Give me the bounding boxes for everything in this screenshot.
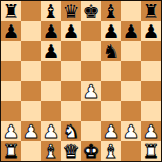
- square-c3[interactable]: [41, 101, 61, 121]
- square-a7[interactable]: ♟: [1, 21, 21, 41]
- black-pawn[interactable]: ♟: [42, 21, 59, 41]
- white-pawn[interactable]: ♟: [102, 121, 119, 141]
- square-g5[interactable]: [121, 61, 141, 81]
- square-e5[interactable]: [81, 61, 101, 81]
- white-pawn[interactable]: ♟: [122, 121, 139, 141]
- square-c1[interactable]: ♝: [41, 141, 61, 161]
- square-e2[interactable]: [81, 121, 101, 141]
- square-a5[interactable]: [1, 61, 21, 81]
- square-a1[interactable]: ♜: [1, 141, 21, 161]
- white-pawn[interactable]: ♟: [22, 121, 39, 141]
- white-rook[interactable]: ♜: [142, 141, 159, 161]
- square-e8[interactable]: ♚: [81, 1, 101, 21]
- square-b8[interactable]: [21, 1, 41, 21]
- square-b4[interactable]: [21, 81, 41, 101]
- black-knight[interactable]: ♞: [102, 41, 119, 61]
- chess-board-frame: ♜♝♛♚♝♜♟♟♟♟♟♟♟♞♟♟♟♟♞♟♟♟♜♝♛♚♝♜: [0, 0, 162, 162]
- square-f4[interactable]: [101, 81, 121, 101]
- square-e1[interactable]: ♚: [81, 141, 101, 161]
- white-pawn[interactable]: ♟: [2, 121, 19, 141]
- black-pawn[interactable]: ♟: [122, 21, 139, 41]
- square-h3[interactable]: [141, 101, 161, 121]
- square-e3[interactable]: [81, 101, 101, 121]
- square-g4[interactable]: [121, 81, 141, 101]
- square-b2[interactable]: ♟: [21, 121, 41, 141]
- square-b1[interactable]: [21, 141, 41, 161]
- square-b7[interactable]: [21, 21, 41, 41]
- square-c5[interactable]: [41, 61, 61, 81]
- square-d3[interactable]: [61, 101, 81, 121]
- square-d6[interactable]: [61, 41, 81, 61]
- chess-board: ♜♝♛♚♝♜♟♟♟♟♟♟♟♞♟♟♟♟♞♟♟♟♜♝♛♚♝♜: [1, 1, 161, 161]
- white-bishop[interactable]: ♝: [102, 141, 119, 161]
- square-g3[interactable]: [121, 101, 141, 121]
- white-rook[interactable]: ♜: [2, 141, 19, 161]
- square-a2[interactable]: ♟: [1, 121, 21, 141]
- black-bishop[interactable]: ♝: [102, 1, 119, 21]
- black-pawn[interactable]: ♟: [2, 21, 19, 41]
- white-pawn[interactable]: ♟: [142, 121, 159, 141]
- square-e6[interactable]: [81, 41, 101, 61]
- square-g8[interactable]: [121, 1, 141, 21]
- white-bishop[interactable]: ♝: [42, 141, 59, 161]
- square-a8[interactable]: ♜: [1, 1, 21, 21]
- square-e7[interactable]: [81, 21, 101, 41]
- black-rook[interactable]: ♜: [2, 1, 19, 21]
- square-f8[interactable]: ♝: [101, 1, 121, 21]
- white-pawn[interactable]: ♟: [42, 121, 59, 141]
- square-h2[interactable]: ♟: [141, 121, 161, 141]
- square-c7[interactable]: ♟: [41, 21, 61, 41]
- square-a4[interactable]: [1, 81, 21, 101]
- square-d2[interactable]: ♞: [61, 121, 81, 141]
- square-c4[interactable]: [41, 81, 61, 101]
- square-c8[interactable]: ♝: [41, 1, 61, 21]
- black-bishop[interactable]: ♝: [42, 1, 59, 21]
- square-h4[interactable]: [141, 81, 161, 101]
- white-pawn[interactable]: ♟: [82, 81, 99, 101]
- square-b3[interactable]: [21, 101, 41, 121]
- square-c6[interactable]: ♟: [41, 41, 61, 61]
- square-f6[interactable]: ♞: [101, 41, 121, 61]
- square-d4[interactable]: [61, 81, 81, 101]
- square-f2[interactable]: ♟: [101, 121, 121, 141]
- square-h7[interactable]: ♟: [141, 21, 161, 41]
- square-f7[interactable]: ♟: [101, 21, 121, 41]
- square-h5[interactable]: [141, 61, 161, 81]
- black-pawn[interactable]: ♟: [42, 41, 59, 61]
- white-queen[interactable]: ♛: [62, 141, 79, 161]
- square-d1[interactable]: ♛: [61, 141, 81, 161]
- black-pawn[interactable]: ♟: [62, 21, 79, 41]
- square-e4[interactable]: ♟: [81, 81, 101, 101]
- square-d8[interactable]: ♛: [61, 1, 81, 21]
- black-rook[interactable]: ♜: [142, 1, 159, 21]
- square-d7[interactable]: ♟: [61, 21, 81, 41]
- square-d5[interactable]: [61, 61, 81, 81]
- square-b5[interactable]: [21, 61, 41, 81]
- square-f1[interactable]: ♝: [101, 141, 121, 161]
- square-f3[interactable]: [101, 101, 121, 121]
- square-g7[interactable]: ♟: [121, 21, 141, 41]
- square-h6[interactable]: [141, 41, 161, 61]
- white-knight[interactable]: ♞: [62, 121, 79, 141]
- square-c2[interactable]: ♟: [41, 121, 61, 141]
- black-king[interactable]: ♚: [82, 1, 99, 21]
- black-queen[interactable]: ♛: [62, 1, 79, 21]
- square-g6[interactable]: [121, 41, 141, 61]
- black-pawn[interactable]: ♟: [102, 21, 119, 41]
- square-g2[interactable]: ♟: [121, 121, 141, 141]
- square-h1[interactable]: ♜: [141, 141, 161, 161]
- square-a6[interactable]: [1, 41, 21, 61]
- square-b6[interactable]: [21, 41, 41, 61]
- black-pawn[interactable]: ♟: [142, 21, 159, 41]
- square-h8[interactable]: ♜: [141, 1, 161, 21]
- square-f5[interactable]: [101, 61, 121, 81]
- square-a3[interactable]: [1, 101, 21, 121]
- square-g1[interactable]: [121, 141, 141, 161]
- white-king[interactable]: ♚: [82, 141, 99, 161]
